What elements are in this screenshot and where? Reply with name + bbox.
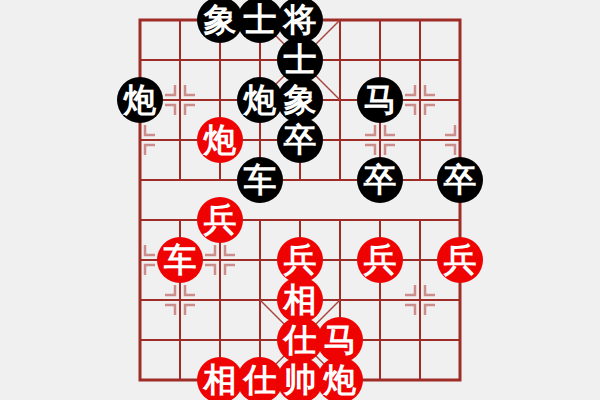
red-cannon[interactable]: 炮 xyxy=(197,117,243,163)
black-pawn[interactable]: 卒 xyxy=(357,157,403,203)
xiangqi-board[interactable]: 象士将士炮炮象马炮卒车卒卒兵车兵兵兵相仕马相仕帅炮 xyxy=(140,20,460,380)
red-cannon[interactable]: 炮 xyxy=(317,357,363,400)
red-pawn[interactable]: 兵 xyxy=(437,237,483,283)
black-cannon[interactable]: 炮 xyxy=(117,77,163,123)
black-rook[interactable]: 车 xyxy=(237,157,283,203)
red-rook[interactable]: 车 xyxy=(157,237,203,283)
red-pawn[interactable]: 兵 xyxy=(197,197,243,243)
black-pawn[interactable]: 卒 xyxy=(277,117,323,163)
red-pawn[interactable]: 兵 xyxy=(357,237,403,283)
black-horse[interactable]: 马 xyxy=(357,77,403,123)
black-pawn[interactable]: 卒 xyxy=(437,157,483,203)
board-background: 象士将士炮炮象马炮卒车卒卒兵车兵兵兵相仕马相仕帅炮 xyxy=(0,0,600,400)
